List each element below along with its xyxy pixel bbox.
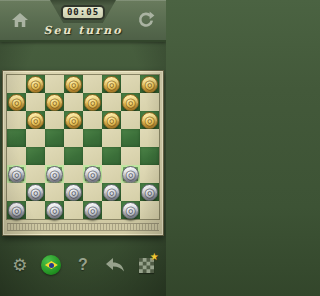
square-g3[interactable]: ◎ [121,165,140,183]
square-f7 [102,93,121,111]
square-c1[interactable]: ◎ [45,201,64,219]
square-d7 [64,93,83,111]
gold-man[interactable]: ◎ [141,112,158,129]
gold-man[interactable]: ◎ [103,112,120,129]
square-a4 [7,147,26,165]
square-h4[interactable] [140,147,159,165]
silver-man[interactable]: ◎ [65,184,82,201]
silver-man[interactable]: ◎ [122,202,139,219]
square-c8 [45,75,64,93]
square-f3 [102,165,121,183]
square-e1[interactable]: ◎ [83,201,102,219]
square-e4 [83,147,102,165]
square-d8[interactable]: ◎ [64,75,83,93]
gold-man[interactable]: ◎ [46,94,63,111]
silver-man[interactable]: ◎ [8,166,25,183]
gear-icon: ⚙ [12,257,27,274]
silver-man[interactable]: ◎ [103,184,120,201]
gold-man[interactable]: ◎ [27,76,44,93]
square-g2 [121,183,140,201]
silver-man[interactable]: ◎ [122,166,139,183]
square-h6[interactable]: ◎ [140,111,159,129]
square-g4 [121,147,140,165]
gold-man[interactable]: ◎ [65,76,82,93]
flag-globe [49,263,54,268]
square-b8[interactable]: ◎ [26,75,45,93]
square-h5 [140,129,159,147]
square-e2 [83,183,102,201]
new-game-button[interactable]: ★ [134,253,158,277]
brazil-flag-icon [41,255,61,275]
square-a2 [7,183,26,201]
checkerboard-star-icon: ★ [139,258,154,273]
silver-man[interactable]: ◎ [46,202,63,219]
square-f2[interactable]: ◎ [102,183,121,201]
square-b1 [26,201,45,219]
square-d2[interactable]: ◎ [64,183,83,201]
square-g7[interactable]: ◎ [121,93,140,111]
square-e3[interactable]: ◎ [83,165,102,183]
square-a3[interactable]: ◎ [7,165,26,183]
square-a1[interactable]: ◎ [7,201,26,219]
square-f1 [102,201,121,219]
square-e5[interactable] [83,129,102,147]
silver-man[interactable]: ◎ [141,184,158,201]
silver-man[interactable]: ◎ [84,166,101,183]
square-b3 [26,165,45,183]
question-mark-icon: ? [78,256,88,274]
square-a5[interactable] [7,129,26,147]
settings-button[interactable]: ⚙ [8,253,32,277]
square-c7[interactable]: ◎ [45,93,64,111]
gold-man[interactable]: ◎ [103,76,120,93]
square-d4[interactable] [64,147,83,165]
square-f5 [102,129,121,147]
gold-man[interactable]: ◎ [122,94,139,111]
undo-button[interactable] [103,253,127,277]
square-d6[interactable]: ◎ [64,111,83,129]
silver-man[interactable]: ◎ [84,202,101,219]
gold-man[interactable]: ◎ [141,76,158,93]
star-icon: ★ [150,251,159,262]
square-b2[interactable]: ◎ [26,183,45,201]
square-g8 [121,75,140,93]
silver-man[interactable]: ◎ [8,202,25,219]
bottom-toolbar: ⚙ ? ★ [0,234,166,296]
restart-icon [137,11,155,29]
gold-man[interactable]: ◎ [65,112,82,129]
square-h1 [140,201,159,219]
square-f6[interactable]: ◎ [102,111,121,129]
square-c4 [45,147,64,165]
square-c3[interactable]: ◎ [45,165,64,183]
restart-button[interactable] [134,10,158,30]
silver-man[interactable]: ◎ [27,184,44,201]
square-e6 [83,111,102,129]
silver-man[interactable]: ◎ [46,166,63,183]
square-d3 [64,165,83,183]
language-button[interactable] [39,253,63,277]
board-frame-ridge [7,223,159,231]
square-h8[interactable]: ◎ [140,75,159,93]
square-h7 [140,93,159,111]
timer-display: 00:05 [61,5,105,20]
square-c2 [45,183,64,201]
square-b4[interactable] [26,147,45,165]
square-b5 [26,129,45,147]
square-a6 [7,111,26,129]
help-button[interactable]: ? [71,253,95,277]
square-g5[interactable] [121,129,140,147]
board-grid: ◎◎◎◎◎◎◎◎◎◎◎◎◎◎◎◎◎◎◎◎◎◎◎◎ [7,75,159,219]
square-f8[interactable]: ◎ [102,75,121,93]
square-d5 [64,129,83,147]
square-d1 [64,201,83,219]
undo-arrow-icon [105,257,125,273]
home-icon [11,12,29,28]
square-e7[interactable]: ◎ [83,93,102,111]
square-c6 [45,111,64,129]
square-b7 [26,93,45,111]
square-c5[interactable] [45,129,64,147]
square-a7[interactable]: ◎ [7,93,26,111]
square-a8 [7,75,26,93]
square-h3 [140,165,159,183]
gold-man[interactable]: ◎ [27,112,44,129]
square-g1[interactable]: ◎ [121,201,140,219]
square-e8 [83,75,102,93]
gold-man[interactable]: ◎ [84,94,101,111]
home-button[interactable] [8,10,32,30]
square-b6[interactable]: ◎ [26,111,45,129]
gold-man[interactable]: ◎ [8,94,25,111]
square-f4[interactable] [102,147,121,165]
square-h2[interactable]: ◎ [140,183,159,201]
checkers-board: ◎◎◎◎◎◎◎◎◎◎◎◎◎◎◎◎◎◎◎◎◎◎◎◎ [2,70,164,236]
square-g6 [121,111,140,129]
